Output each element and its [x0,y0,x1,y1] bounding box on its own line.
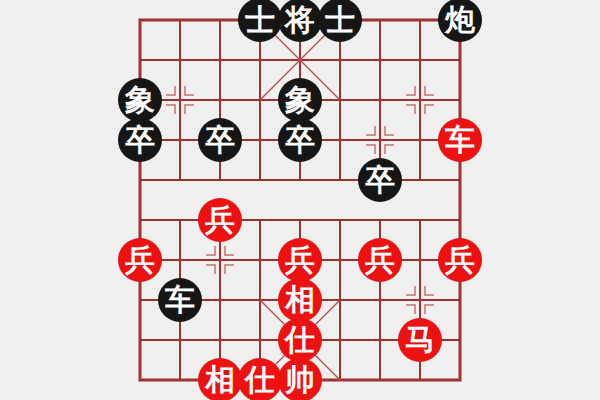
piece-red-advisor[interactable]: 仕 [278,318,322,362]
piece-red-elephant[interactable]: 相 [198,358,242,400]
piece-black-advisor[interactable]: 士 [318,0,362,42]
piece-black-elephant[interactable]: 象 [278,78,322,122]
piece-black-cannon[interactable]: 炮 [438,0,482,42]
piece-black-elephant[interactable]: 象 [118,78,162,122]
piece-black-soldier[interactable]: 卒 [358,158,402,202]
piece-red-soldier[interactable]: 兵 [278,238,322,282]
piece-black-chariot[interactable]: 车 [158,278,202,322]
piece-red-horse[interactable]: 马 [398,318,442,362]
piece-red-soldier[interactable]: 兵 [118,238,162,282]
piece-black-soldier[interactable]: 卒 [198,118,242,162]
piece-red-soldier[interactable]: 兵 [358,238,402,282]
piece-red-advisor[interactable]: 仕 [238,358,282,400]
piece-black-soldier[interactable]: 卒 [118,118,162,162]
piece-red-soldier[interactable]: 兵 [438,238,482,282]
piece-black-soldier[interactable]: 卒 [278,118,322,162]
piece-black-general[interactable]: 将 [278,0,322,42]
piece-red-chariot[interactable]: 车 [438,118,482,162]
pieces-layer: 士将士炮象象卒卒卒车卒兵兵兵兵兵车相仕马相仕帅 [120,0,480,400]
piece-red-soldier[interactable]: 兵 [198,198,242,242]
piece-red-general[interactable]: 帅 [278,358,322,400]
xiangqi-board: 士将士炮象象卒卒卒车卒兵兵兵兵兵车相仕马相仕帅 [0,0,600,400]
piece-black-advisor[interactable]: 士 [238,0,282,42]
piece-red-elephant[interactable]: 相 [278,278,322,322]
